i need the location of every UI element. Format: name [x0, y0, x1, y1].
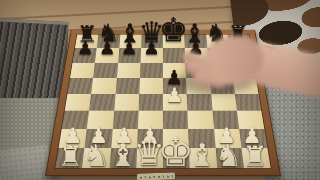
video-frame: ♜♞♝♛♚♝♞♜♟♟♟♟♟♟♟♟♟♟♟♟♟♟♟♜♞♝♛♚♝♞♜ — [0, 0, 320, 180]
player-hand — [0, 0, 320, 180]
